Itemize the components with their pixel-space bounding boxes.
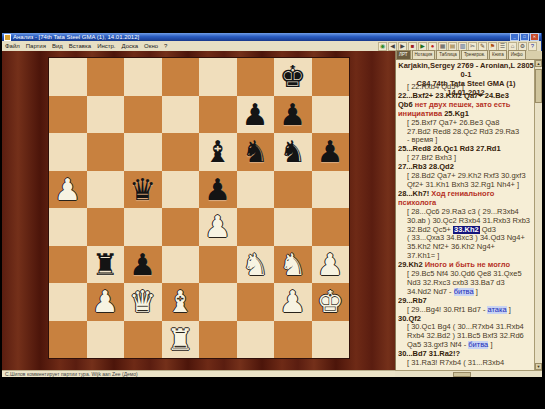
black-queen-piece: ♛: [129, 171, 156, 208]
window-title: Анализ - [74th Tata Steel GMA (1), 14.01…: [13, 34, 139, 40]
notation-line: 35.Kh2 Nf2+ 36.Kh2 Ng4+: [398, 243, 534, 252]
menu-item-[interactable]: ?: [161, 43, 170, 49]
square-f5[interactable]: [237, 171, 275, 209]
square-c3[interactable]: ♟: [124, 246, 162, 284]
white-pawn-piece: ♟: [317, 246, 344, 283]
variation-move[interactable]: [ 25.Bxf7 Qa7+ 26.Be3 Qa8: [407, 119, 499, 127]
notation-line: [ 22.Rxb4 Qd5+ ]: [398, 83, 534, 92]
tab-[interactable]: Книга: [489, 50, 507, 59]
square-h6[interactable]: ♟: [312, 133, 350, 171]
notation-line: 25...Red8 26.Qc1 Rd3 27.Rd1: [398, 145, 534, 154]
square-f7[interactable]: ♟: [237, 96, 275, 134]
variation-move[interactable]: 30.ab ) 30.Qc2 R3xb4 31.Rxb3 Rxb3: [407, 217, 530, 225]
square-g3[interactable]: ♞: [274, 246, 312, 284]
square-a7[interactable]: [49, 96, 87, 134]
white-queen-piece: ♛: [129, 283, 156, 320]
notation-line: 29...Rb7: [398, 297, 534, 306]
black-pawn-piece: ♟: [242, 96, 269, 133]
notation-line: [ 28...Qc6 29.Ra3 c3 ( 29...R3xb4: [398, 208, 534, 217]
square-d1[interactable]: ♜: [162, 321, 200, 359]
variation-move[interactable]: - время ]: [407, 136, 437, 144]
black-knight-piece: ♞: [279, 133, 306, 170]
main-move[interactable]: 29.Kh2: [398, 261, 425, 269]
square-g7[interactable]: ♟: [274, 96, 312, 134]
horizontal-scrollbar[interactable]: [395, 370, 542, 377]
main-move[interactable]: 22...Bxf2+ 23.Kxf2 Qa7+ 24.Be3: [398, 92, 509, 100]
square-e7[interactable]: [199, 96, 237, 134]
title-bar[interactable]: Анализ - [74th Tata Steel GMA (1), 14.01…: [2, 33, 541, 41]
white-rook-piece: ♜: [167, 321, 194, 358]
status-text: С.Шипов комментирует партии тура. Wijk a…: [5, 371, 138, 377]
square-e3[interactable]: [199, 246, 237, 284]
square-b1[interactable]: [87, 321, 125, 359]
square-e5[interactable]: ♟: [199, 171, 237, 209]
variation-move[interactable]: 32.Bd2 Qc5+: [407, 226, 453, 234]
notation-line: - время ]: [398, 136, 534, 145]
variation-move[interactable]: 27.Bd2 Red8 28.Qc2 Rd3 29.Ra3: [407, 128, 519, 136]
board-background: ♚♟♟♝♞♞♟♟♛♟♟♜♟♞♞♟♟♛♝♟♚♜: [2, 51, 395, 370]
variation-move[interactable]: ( 33...Qxa3 34.Bxc3 ) 34.Qd3 Ng4+: [407, 234, 525, 242]
black-king-piece: ♚: [279, 58, 306, 95]
variation-move[interactable]: ]: [474, 288, 478, 296]
letterbox-top: [0, 0, 545, 33]
square-b2[interactable]: ♟: [87, 283, 125, 321]
notation-line: [ 25.Bxf7 Qa7+ 26.Be3 Qa8: [398, 119, 534, 128]
notation-line: 30.ab ) 30.Qc2 R3xb4 31.Rxb3 Rxb3: [398, 217, 534, 226]
square-f2[interactable]: [237, 283, 275, 321]
black-knight-piece: ♞: [242, 133, 269, 170]
variation-move[interactable]: Qd3: [480, 226, 496, 234]
square-g6[interactable]: ♞: [274, 133, 312, 171]
square-a1[interactable]: [49, 321, 87, 359]
annotation-text: инициатива: [398, 110, 444, 118]
window-controls: _ □ ✕: [510, 33, 541, 41]
variation-move[interactable]: ]: [488, 341, 492, 349]
square-d6[interactable]: [162, 133, 200, 171]
annotation-text: психолога: [398, 199, 436, 207]
square-d4[interactable]: [162, 208, 200, 246]
main-move[interactable]: 30...Bd7 31.Ra2!?: [398, 350, 460, 358]
annotation-link[interactable]: битва: [468, 341, 488, 349]
white-pawn-piece: ♟: [54, 171, 81, 208]
square-d2[interactable]: ♝: [162, 283, 200, 321]
white-king-piece: ♚: [317, 283, 344, 320]
notation-line: 28...Kh7! Ход гениального: [398, 190, 534, 199]
square-c8[interactable]: [124, 58, 162, 96]
notation-tabs: ЛРТНотацияТаблицаТрениров.КнигаИнфо: [396, 51, 542, 60]
variation-move[interactable]: Rxb4 32.Bd2 ) 31.Bc5 Bxf3 32.Rd6: [407, 332, 524, 340]
square-e6[interactable]: ♝: [199, 133, 237, 171]
black-pawn-piece: ♟: [279, 96, 306, 133]
square-a5[interactable]: ♟: [49, 171, 87, 209]
white-bishop-piece: ♝: [167, 283, 194, 320]
square-d5[interactable]: [162, 171, 200, 209]
vertical-scrollbar[interactable]: ▲ ▼: [534, 60, 542, 370]
chess-app-window: Анализ - [74th Tata Steel GMA (1), 14.01…: [2, 33, 542, 377]
square-f4[interactable]: [237, 208, 275, 246]
tab-[interactable]: Таблица: [436, 50, 460, 59]
notation-line: психолога: [398, 199, 534, 208]
notation-panel: ЛРТНотацияТаблицаТрениров.КнигаИнфо Karj…: [395, 51, 542, 370]
square-g1[interactable]: [274, 321, 312, 359]
main-move[interactable]: Qb6: [398, 101, 415, 109]
square-f3[interactable]: ♞: [237, 246, 275, 284]
square-c4[interactable]: [124, 208, 162, 246]
main-move[interactable]: 27...Rb3 28.Qd2: [398, 163, 454, 171]
close-button[interactable]: ✕: [530, 33, 539, 41]
square-g4[interactable]: [274, 208, 312, 246]
notation-line: Qf2+ 31.Kh1 Bxh3 32.Rg1 Nh4+ ]: [398, 181, 534, 190]
move-list[interactable]: [ 22.Rxb4 Qd5+ ]22...Bxf2+ 23.Kxf2 Qa7+ …: [398, 83, 534, 368]
square-f6[interactable]: ♞: [237, 133, 275, 171]
app-icon: [4, 34, 11, 41]
square-d8[interactable]: [162, 58, 200, 96]
square-g5[interactable]: [274, 171, 312, 209]
square-c1[interactable]: [124, 321, 162, 359]
variation-move[interactable]: ]: [507, 306, 511, 314]
square-a3[interactable]: [49, 246, 87, 284]
annotation-text: Иного и быть не могло: [425, 261, 510, 269]
square-e1[interactable]: [199, 321, 237, 359]
notation-line: Qa5 33.gxf3 Nf4 - битва ]: [398, 341, 534, 350]
game-header-players: Karjakin,Sergey 2769 - Aronian,L 2805 0-…: [397, 61, 535, 79]
tab-[interactable]: Инфо: [508, 50, 526, 59]
menu-item-[interactable]: Вид: [49, 43, 66, 49]
menu-item-[interactable]: Доска: [119, 43, 142, 49]
scroll-up-icon[interactable]: ▲: [535, 60, 542, 67]
notation-line: 34.Nd2 Nd7 - битва ]: [398, 288, 534, 297]
notation-line: Rxb4 32.Bd2 ) 31.Bc5 Bxf3 32.Rd6: [398, 332, 534, 341]
menu-item-[interactable]: Инстр.: [94, 43, 118, 49]
tab-[interactable]: Нотация: [412, 50, 436, 59]
square-h3[interactable]: ♟: [312, 246, 350, 284]
notation-line: [ 30.Qc1 Bg4 ( 30...R7xb4 31.Rxb4: [398, 323, 534, 332]
square-h8[interactable]: [312, 58, 350, 96]
white-knight-piece: ♞: [242, 246, 269, 283]
annotation-text: нет двух пешек, зато есть: [415, 101, 511, 109]
square-f8[interactable]: [237, 58, 275, 96]
variation-move[interactable]: Qf2+ 31.Kh1 Bxh3 32.Rg1 Nh4+ ]: [407, 181, 519, 189]
notation-line: 30.Qf2: [398, 315, 534, 324]
notation-line: [ 29...Bg4! 30.Rf1 Bd7 - атака ]: [398, 306, 534, 315]
variation-move[interactable]: 34.Nd2 Nd7 -: [407, 288, 454, 296]
variation-move[interactable]: [ 28.Bd2 Qa7+ 29.Kh2 Rxf3 30.gxf3: [407, 172, 526, 180]
notation-line: 32.Bd2 Qc5+ 33.Kh2 Qd3: [398, 226, 534, 235]
square-a8[interactable]: [49, 58, 87, 96]
current-move-highlight[interactable]: 33.Kh2: [453, 226, 480, 234]
black-pawn-piece: ♟: [204, 171, 231, 208]
notation-line: 27...Rb3 28.Qd2: [398, 163, 534, 172]
notation-line: Qb6 нет двух пешек, зато есть: [398, 101, 534, 110]
notation-line: Nd3 32.Rxc3 cxb3 33.Ba7 d3: [398, 279, 534, 288]
game-header: Karjakin,Sergey 2769 - Aronian,L 2805 0-…: [397, 61, 535, 82]
scroll-down-icon[interactable]: ▼: [535, 363, 542, 370]
square-h5[interactable]: [312, 171, 350, 209]
square-b4[interactable]: [87, 208, 125, 246]
variation-move[interactable]: [ 29...Bg4! 30.Rf1 Bd7 -: [407, 306, 487, 314]
main-move[interactable]: 28...Kh7!: [398, 190, 431, 198]
notation-line: 30...Bd7 31.Ra2!?: [398, 350, 534, 359]
menu-item-[interactable]: Вставка: [66, 43, 94, 49]
hscrollbar-thumb[interactable]: [453, 372, 471, 377]
letterbox-bottom: [0, 377, 545, 409]
notation-line: 37.Kh1= ]: [398, 252, 534, 261]
square-c7[interactable]: [124, 96, 162, 134]
square-b6[interactable]: [87, 133, 125, 171]
connect-icon[interactable]: ◉: [378, 42, 387, 51]
square-a4[interactable]: [49, 208, 87, 246]
white-knight-piece: ♞: [279, 246, 306, 283]
square-b3[interactable]: ♜: [87, 246, 125, 284]
variation-move[interactable]: [ 29.Bc5 Nf4 30.Qd6 Qe8 31.Qxe5: [407, 270, 522, 278]
chess-board[interactable]: ♚♟♟♝♞♞♟♟♛♟♟♜♟♞♞♟♟♛♝♟♚♜: [48, 57, 350, 359]
menu-item-[interactable]: Файл: [2, 43, 23, 49]
variation-move[interactable]: 35.Kh2 Nf2+ 36.Kh2 Ng4+: [407, 243, 495, 251]
variation-move[interactable]: [ 28...Qc6 29.Ra3 c3 ( 29...R3xb4: [407, 208, 519, 216]
notation-line: 29.Kh2 Иного и быть не могло: [398, 261, 534, 270]
square-g8[interactable]: ♚: [274, 58, 312, 96]
variation-move[interactable]: Qa5 33.gxf3 Nf4 -: [407, 341, 468, 349]
square-a2[interactable]: [49, 283, 87, 321]
square-e4[interactable]: ♟: [199, 208, 237, 246]
minimize-button[interactable]: _: [510, 33, 519, 41]
square-c6[interactable]: [124, 133, 162, 171]
scrollbar-thumb[interactable]: [535, 69, 542, 103]
variation-move[interactable]: [ 30.Qc1 Bg4 ( 30...R7xb4 31.Rxb4: [407, 323, 524, 331]
annotation-link[interactable]: битва: [454, 288, 474, 296]
black-bishop-piece: ♝: [204, 133, 231, 170]
black-rook-piece: ♜: [92, 246, 119, 283]
maximize-button[interactable]: □: [520, 33, 529, 41]
tab-[interactable]: ЛРТ: [396, 50, 411, 59]
notation-line: [ 27.Bf2 Bxh3 ]: [398, 154, 534, 163]
help-icon[interactable]: ?: [528, 42, 537, 51]
white-pawn-piece: ♟: [279, 283, 306, 320]
variation-move[interactable]: [ 31.Ra3! R7xb4 ( 31...R3xb4: [407, 359, 504, 367]
notation-line: ( 33...Qxa3 34.Bxc3 ) 34.Qd3 Ng4+: [398, 234, 534, 243]
square-e8[interactable]: [199, 58, 237, 96]
notation-line: 22...Bxf2+ 23.Kxf2 Qa7+ 24.Be3: [398, 92, 534, 101]
square-b7[interactable]: [87, 96, 125, 134]
square-b8[interactable]: [87, 58, 125, 96]
square-f1[interactable]: [237, 321, 275, 359]
white-pawn-piece: ♟: [92, 283, 119, 320]
main-move[interactable]: 25.Kg1: [444, 110, 469, 118]
notation-line: [ 29.Bc5 Nf4 30.Qd6 Qe8 31.Qxe5: [398, 270, 534, 279]
menu-item-[interactable]: Окно: [141, 43, 161, 49]
black-pawn-piece: ♟: [317, 133, 344, 170]
main-move[interactable]: 29...Rb7: [398, 297, 427, 305]
square-e2[interactable]: [199, 283, 237, 321]
black-pawn-piece: ♟: [129, 246, 156, 283]
square-a6[interactable]: [49, 133, 87, 171]
notation-line: инициатива 25.Kg1: [398, 110, 534, 119]
square-h7[interactable]: [312, 96, 350, 134]
annotation-link[interactable]: атака: [487, 306, 506, 314]
menu-bar: ФайлПартияВидВставкаИнстр.ДоскаОкно?: [2, 43, 170, 49]
white-pawn-piece: ♟: [204, 208, 231, 245]
status-bar: С.Шипов комментирует партии тура. Wijk a…: [2, 370, 395, 377]
square-h4[interactable]: [312, 208, 350, 246]
main-move[interactable]: 30.Qf2: [398, 315, 421, 323]
square-h2[interactable]: ♚: [312, 283, 350, 321]
menu-item-[interactable]: Партия: [23, 43, 49, 49]
square-c2[interactable]: ♛: [124, 283, 162, 321]
variation-move[interactable]: Nd3 32.Rxc3 cxb3 33.Ba7 d3: [407, 279, 505, 287]
variation-move[interactable]: 37.Kh1= ]: [407, 252, 439, 260]
variation-move[interactable]: [ 27.Bf2 Bxh3 ]: [407, 154, 456, 162]
main-move[interactable]: 25...Red8 26.Qc1 Rd3 27.Rd1: [398, 145, 501, 153]
square-b5[interactable]: [87, 171, 125, 209]
notation-line: 27.Bd2 Red8 28.Qc2 Rd3 29.Ra3: [398, 128, 534, 137]
square-c5[interactable]: ♛: [124, 171, 162, 209]
notation-line: [ 28.Bd2 Qa7+ 29.Kh2 Rxf3 30.gxf3: [398, 172, 534, 181]
annotation-text: Ход гениального: [431, 190, 494, 198]
variation-move[interactable]: [ 22.Rxb4 Qd5+ ]: [407, 83, 464, 91]
notation-line: [ 31.Ra3! R7xb4 ( 31...R3xb4: [398, 359, 534, 368]
square-d7[interactable]: [162, 96, 200, 134]
square-d3[interactable]: [162, 246, 200, 284]
tab-[interactable]: Трениров.: [461, 50, 488, 59]
square-g2[interactable]: ♟: [274, 283, 312, 321]
square-h1[interactable]: [312, 321, 350, 359]
